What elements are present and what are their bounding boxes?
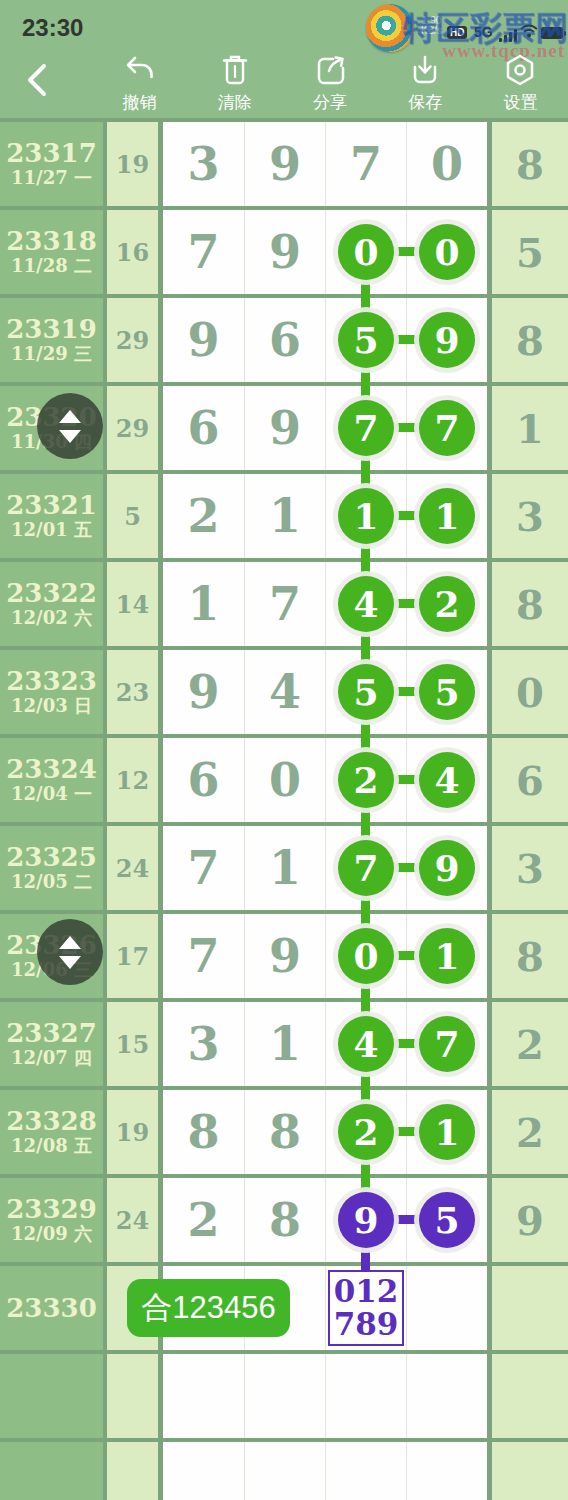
sum-cell: 19 (107, 1090, 163, 1174)
chart-row: 2332712/07 四1531472 (0, 1002, 568, 1090)
issue-number: 23327 (6, 1019, 96, 1047)
draw-date: 11/27 一 (11, 167, 92, 189)
sum-cell: 29 (107, 386, 163, 470)
tail-cell (487, 1354, 568, 1438)
marked-digit[interactable]: 0 (338, 224, 394, 280)
digit-cell[interactable]: 9 (406, 298, 487, 382)
digit-cell[interactable]: 9 (244, 386, 325, 470)
trash-icon (217, 52, 253, 88)
digit-cell (406, 1354, 487, 1438)
digit-cell[interactable]: 1 (244, 474, 325, 558)
issue-cell: 23330 (0, 1266, 107, 1350)
issue-cell (0, 1354, 107, 1438)
digit-cell[interactable]: 012789 (325, 1266, 406, 1350)
marked-digit[interactable]: 4 (338, 576, 394, 632)
sum-cell: 15 (107, 1002, 163, 1086)
digit-cell[interactable]: 7 (163, 914, 244, 998)
issue-cell: 2332412/04 一 (0, 738, 107, 822)
issue-cell: 2332912/09 六 (0, 1178, 107, 1262)
tail-cell[interactable]: 1 (487, 386, 568, 470)
digit-cell[interactable]: 4 (244, 650, 325, 734)
marked-digit[interactable]: 7 (338, 840, 394, 896)
sum-cell: 24 (107, 826, 163, 910)
marked-digit[interactable]: 7 (338, 400, 394, 456)
tail-cell[interactable]: 8 (487, 914, 568, 998)
issue-number: 23318 (6, 227, 96, 255)
scroll-handle-lower[interactable] (37, 919, 103, 985)
prediction-box[interactable]: 012789 (328, 1270, 404, 1346)
chart-row: 23330012789合123456 (0, 1266, 568, 1354)
digit-cell (163, 1442, 244, 1500)
digit-cell[interactable]: 7 (244, 562, 325, 646)
digit-cell (325, 1442, 406, 1500)
issue-cell (0, 1442, 107, 1500)
digit-cell[interactable]: 7 (325, 122, 406, 206)
issue-cell: 2332112/01 五 (0, 474, 107, 558)
chart-row: 2332512/05 二2471793 (0, 826, 568, 914)
toolbar: 撤销 清除 分享 (0, 48, 568, 118)
marked-digit[interactable]: 1 (419, 928, 475, 984)
sum-cell: 19 (107, 122, 163, 206)
digit-cell[interactable]: 1 (406, 474, 487, 558)
settings-icon (502, 52, 538, 88)
draw-date: 12/09 六 (11, 1223, 92, 1245)
tail-cell (487, 1442, 568, 1500)
digit-cell[interactable]: 6 (163, 386, 244, 470)
settings-button[interactable]: 设置 (473, 48, 568, 118)
sum-cell: 14 (107, 562, 163, 646)
tail-cell[interactable]: 8 (487, 562, 568, 646)
digit-cell[interactable]: 7 (163, 826, 244, 910)
arrow-up-icon (59, 410, 81, 423)
chart-row (0, 1354, 568, 1442)
marked-digit[interactable]: 0 (419, 224, 475, 280)
chart-row: 2332412/04 一1260246 (0, 738, 568, 826)
digit-cell[interactable]: 2 (406, 562, 487, 646)
tail-cell[interactable]: 3 (487, 474, 568, 558)
marked-digit[interactable]: 7 (419, 400, 475, 456)
download-icon (407, 52, 443, 88)
marked-digit[interactable]: 5 (338, 664, 394, 720)
clear-button[interactable]: 清除 (187, 48, 282, 118)
sum-cell: 23 (107, 650, 163, 734)
share-icon (312, 52, 348, 88)
issue-number: 23330 (6, 1294, 96, 1322)
chart-row: 2331911/29 三2996598 (0, 298, 568, 386)
sum-cell: 5 (107, 474, 163, 558)
undo-icon (122, 52, 158, 88)
tail-cell[interactable]: 5 (487, 210, 568, 294)
undo-button[interactable]: 撤销 (92, 48, 187, 118)
tail-cell[interactable]: 0 (487, 650, 568, 734)
issue-cell: 2331711/27 一 (0, 122, 107, 206)
digit-cell[interactable] (406, 1266, 487, 1350)
sum-annotation-button[interactable]: 合123456 (127, 1279, 290, 1337)
marked-digit[interactable]: 1 (419, 1104, 475, 1160)
chart-row: 2331711/27 一1939708 (0, 122, 568, 210)
chart-row (0, 1442, 568, 1500)
draw-date: 12/08 五 (11, 1135, 92, 1157)
digit-cell[interactable]: 1 (406, 914, 487, 998)
issue-number: 23319 (6, 315, 96, 343)
draw-date: 11/28 二 (11, 255, 92, 277)
marked-digit[interactable]: 5 (419, 664, 475, 720)
digit-cell[interactable]: 5 (406, 650, 487, 734)
save-button[interactable]: 保存 (378, 48, 473, 118)
tail-cell[interactable]: 9 (487, 1178, 568, 1262)
prediction-line-2: 789 (334, 1308, 399, 1341)
marked-digit[interactable]: 9 (419, 312, 475, 368)
issue-number: 23323 (6, 667, 96, 695)
issue-number: 23328 (6, 1107, 96, 1135)
chart-row: 2332912/09 六2428959 (0, 1178, 568, 1266)
arrow-down-icon (59, 956, 81, 969)
digit-cell[interactable]: 9 (244, 210, 325, 294)
marked-digit[interactable]: 2 (419, 576, 475, 632)
trend-chart-grid: 2331711/27 一19397082331811/28 二167900523… (0, 118, 568, 1500)
arrow-down-icon (59, 430, 81, 443)
digit-cell[interactable]: 9 (244, 122, 325, 206)
tail-cell[interactable]: 6 (487, 738, 568, 822)
marked-digit[interactable]: 7 (419, 1016, 475, 1072)
marked-digit[interactable]: 1 (419, 488, 475, 544)
digit-cell[interactable]: 0 (406, 122, 487, 206)
clock: 23:30 (22, 14, 83, 42)
scroll-handle-upper[interactable] (37, 393, 103, 459)
digit-cell[interactable]: 1 (244, 1002, 325, 1086)
tail-cell[interactable]: 8 (487, 298, 568, 382)
digit-cell[interactable]: 2 (163, 1178, 244, 1262)
marked-digit[interactable]: 5 (419, 1192, 475, 1248)
share-button[interactable]: 分享 (282, 48, 377, 118)
marked-digit[interactable]: 4 (419, 752, 475, 808)
tail-cell[interactable]: 2 (487, 1002, 568, 1086)
issue-number: 23324 (6, 755, 96, 783)
digit-cell[interactable]: 9 (406, 826, 487, 910)
draw-date: 12/03 日 (11, 695, 92, 717)
back-button[interactable] (24, 60, 58, 104)
issue-cell: 2332712/07 四 (0, 1002, 107, 1086)
digit-cell[interactable]: 0 (244, 738, 325, 822)
digit-cell[interactable]: 1 (406, 1090, 487, 1174)
digit-cell[interactable]: 6 (244, 298, 325, 382)
issue-number: 23322 (6, 579, 96, 607)
sum-cell: 24 (107, 1178, 163, 1262)
digit-cell[interactable]: 1 (244, 826, 325, 910)
tail-cell[interactable]: 3 (487, 826, 568, 910)
digit-cell (406, 1442, 487, 1500)
sum-cell: 16 (107, 210, 163, 294)
sum-cell: 17 (107, 914, 163, 998)
digit-cell[interactable]: 7 (163, 210, 244, 294)
sum-cell: 29 (107, 298, 163, 382)
digit-cell[interactable]: 9 (163, 298, 244, 382)
issue-cell: 2332812/08 五 (0, 1090, 107, 1174)
digit-cell[interactable]: 7 (406, 1002, 487, 1086)
issue-number: 23329 (6, 1195, 96, 1223)
digit-cell[interactable]: 3 (163, 122, 244, 206)
digit-cell[interactable]: 1 (163, 562, 244, 646)
issue-cell: 2331811/28 二 (0, 210, 107, 294)
prediction-line-1: 012 (334, 1275, 399, 1308)
digit-cell (325, 1354, 406, 1438)
digit-cell[interactable]: 2 (163, 474, 244, 558)
digit-cell[interactable]: 0 (406, 210, 487, 294)
digit-cell[interactable]: 9 (163, 650, 244, 734)
marked-digit[interactable]: 0 (338, 928, 394, 984)
draw-date: 12/07 四 (11, 1047, 92, 1069)
app-screen: 23:30 1.90 KB/s HD 5G 特区彩票网 www.tqcp.net (0, 0, 568, 1500)
draw-date: 12/05 二 (11, 871, 92, 893)
tail-cell[interactable]: 8 (487, 122, 568, 206)
digit-cell[interactable]: 9 (244, 914, 325, 998)
draw-date: 12/01 五 (11, 519, 92, 541)
draw-date: 12/04 一 (11, 783, 92, 805)
digit-cell[interactable]: 8 (163, 1090, 244, 1174)
marked-digit[interactable]: 2 (338, 752, 394, 808)
digit-cell (244, 1442, 325, 1500)
digit-cell[interactable]: 3 (163, 1002, 244, 1086)
digit-cell[interactable]: 7 (406, 386, 487, 470)
tail-cell[interactable] (487, 1266, 568, 1350)
marked-digit[interactable]: 9 (338, 1192, 394, 1248)
issue-cell: 2332512/05 二 (0, 826, 107, 910)
tail-cell[interactable]: 2 (487, 1090, 568, 1174)
issue-number: 23321 (6, 491, 96, 519)
draw-date: 11/29 三 (11, 343, 92, 365)
issue-number: 23325 (6, 843, 96, 871)
digit-cell[interactable]: 8 (244, 1090, 325, 1174)
digit-cell[interactable]: 5 (406, 1178, 487, 1262)
issue-number: 23317 (6, 139, 96, 167)
issue-cell: 2331911/29 三 (0, 298, 107, 382)
marked-digit[interactable]: 4 (338, 1016, 394, 1072)
digit-cell (244, 1354, 325, 1438)
arrow-up-icon (59, 936, 81, 949)
chart-row: 2332212/02 六1417428 (0, 562, 568, 650)
issue-cell: 2332312/03 日 (0, 650, 107, 734)
chart-row: 2332312/03 日2394550 (0, 650, 568, 738)
sum-cell (107, 1442, 163, 1500)
chart-row: 2332812/08 五1988212 (0, 1090, 568, 1178)
marked-digit[interactable]: 5 (338, 312, 394, 368)
marked-digit[interactable]: 9 (419, 840, 475, 896)
digit-cell[interactable]: 8 (244, 1178, 325, 1262)
status-bar: 23:30 1.90 KB/s HD 5G 特区彩票网 www.tqcp.net (0, 0, 568, 48)
chart-row: 2332112/01 五521113 (0, 474, 568, 562)
draw-date: 12/02 六 (11, 607, 92, 629)
digit-cell[interactable]: 6 (163, 738, 244, 822)
marked-digit[interactable]: 2 (338, 1104, 394, 1160)
sum-cell (107, 1354, 163, 1438)
digit-cell[interactable]: 4 (406, 738, 487, 822)
marked-digit[interactable]: 1 (338, 488, 394, 544)
chart-row: 2331811/28 二1679005 (0, 210, 568, 298)
sum-cell: 12 (107, 738, 163, 822)
digit-cell (163, 1354, 244, 1438)
issue-cell: 2332212/02 六 (0, 562, 107, 646)
